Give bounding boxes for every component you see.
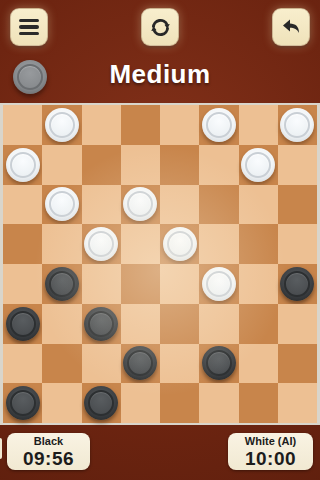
square-g8[interactable] — [239, 383, 278, 423]
square-f7[interactable] — [199, 344, 238, 384]
square-d4[interactable] — [121, 224, 160, 264]
square-g2[interactable] — [239, 145, 278, 185]
square-c4[interactable] — [82, 224, 121, 264]
square-f1[interactable] — [199, 105, 238, 145]
square-a5[interactable] — [3, 264, 42, 304]
square-b6[interactable] — [42, 304, 81, 344]
square-h6[interactable] — [278, 304, 317, 344]
square-e8[interactable] — [160, 383, 199, 423]
square-b7[interactable] — [42, 344, 81, 384]
black-man[interactable] — [84, 386, 118, 420]
white-man[interactable] — [280, 108, 314, 142]
black-man[interactable] — [84, 307, 118, 341]
square-e7[interactable] — [160, 344, 199, 384]
square-g3[interactable] — [239, 185, 278, 225]
black-man[interactable] — [202, 346, 236, 380]
square-h8[interactable] — [278, 383, 317, 423]
square-a1[interactable] — [3, 105, 42, 145]
menu-button[interactable] — [10, 8, 48, 46]
white-man[interactable] — [45, 108, 79, 142]
square-g4[interactable] — [239, 224, 278, 264]
square-e5[interactable] — [160, 264, 199, 304]
square-f3[interactable] — [199, 185, 238, 225]
square-c2[interactable] — [82, 145, 121, 185]
checkers-app: Medium Black 09:56 White (AI) 10:00 — [0, 0, 320, 480]
square-g5[interactable] — [239, 264, 278, 304]
square-e6[interactable] — [160, 304, 199, 344]
square-d1[interactable] — [121, 105, 160, 145]
square-d6[interactable] — [121, 304, 160, 344]
square-g1[interactable] — [239, 105, 278, 145]
hamburger-icon — [19, 19, 39, 35]
square-d5[interactable] — [121, 264, 160, 304]
undo-button[interactable] — [272, 8, 310, 46]
white-man[interactable] — [202, 108, 236, 142]
square-g6[interactable] — [239, 304, 278, 344]
square-a3[interactable] — [3, 185, 42, 225]
square-a8[interactable] — [3, 383, 42, 423]
square-d2[interactable] — [121, 145, 160, 185]
square-b5[interactable] — [42, 264, 81, 304]
square-f5[interactable] — [199, 264, 238, 304]
square-h2[interactable] — [278, 145, 317, 185]
white-man[interactable] — [202, 267, 236, 301]
white-clock-time: 10:00 — [245, 449, 296, 468]
square-e4[interactable] — [160, 224, 199, 264]
refresh-icon — [149, 16, 172, 39]
square-b1[interactable] — [42, 105, 81, 145]
square-a2[interactable] — [3, 145, 42, 185]
black-man[interactable] — [6, 386, 40, 420]
undo-arrow-icon — [279, 15, 303, 39]
square-c5[interactable] — [82, 264, 121, 304]
square-e2[interactable] — [160, 145, 199, 185]
square-c8[interactable] — [82, 383, 121, 423]
restart-button[interactable] — [141, 8, 179, 46]
square-c1[interactable] — [82, 105, 121, 145]
square-a6[interactable] — [3, 304, 42, 344]
square-f8[interactable] — [199, 383, 238, 423]
square-c6[interactable] — [82, 304, 121, 344]
square-c3[interactable] — [82, 185, 121, 225]
square-e1[interactable] — [160, 105, 199, 145]
square-h5[interactable] — [278, 264, 317, 304]
square-g7[interactable] — [239, 344, 278, 384]
square-b2[interactable] — [42, 145, 81, 185]
square-b4[interactable] — [42, 224, 81, 264]
white-man[interactable] — [45, 187, 79, 221]
black-man[interactable] — [6, 307, 40, 341]
white-man[interactable] — [6, 148, 40, 182]
difficulty-title: Medium — [0, 59, 320, 90]
white-man[interactable] — [241, 148, 275, 182]
square-d7[interactable] — [121, 344, 160, 384]
square-h4[interactable] — [278, 224, 317, 264]
left-edge-clipped-element — [0, 438, 2, 459]
square-a4[interactable] — [3, 224, 42, 264]
square-h1[interactable] — [278, 105, 317, 145]
black-man[interactable] — [123, 346, 157, 380]
white-man[interactable] — [163, 227, 197, 261]
square-e3[interactable] — [160, 185, 199, 225]
white-clock-label: White (AI) — [245, 436, 296, 447]
white-man[interactable] — [84, 227, 118, 261]
square-c7[interactable] — [82, 344, 121, 384]
square-a7[interactable] — [3, 344, 42, 384]
white-clock: White (AI) 10:00 — [228, 433, 313, 470]
square-d8[interactable] — [121, 383, 160, 423]
square-b3[interactable] — [42, 185, 81, 225]
square-d3[interactable] — [121, 185, 160, 225]
square-h3[interactable] — [278, 185, 317, 225]
black-man[interactable] — [280, 267, 314, 301]
square-f6[interactable] — [199, 304, 238, 344]
square-h7[interactable] — [278, 344, 317, 384]
board — [0, 103, 320, 425]
square-f4[interactable] — [199, 224, 238, 264]
square-f2[interactable] — [199, 145, 238, 185]
black-man[interactable] — [45, 267, 79, 301]
square-b8[interactable] — [42, 383, 81, 423]
black-clock-time: 09:56 — [23, 449, 74, 468]
black-clock-label: Black — [34, 436, 63, 447]
black-clock: Black 09:56 — [7, 433, 90, 470]
white-man[interactable] — [123, 187, 157, 221]
board-grid — [3, 105, 317, 423]
